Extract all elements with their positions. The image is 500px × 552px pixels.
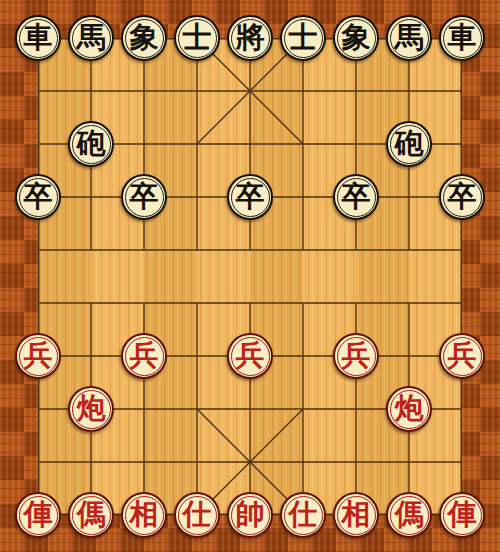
- piece-black-chariot[interactable]: 車: [15, 15, 61, 61]
- piece-glyph: 卒: [24, 182, 53, 211]
- point-b0[interactable]: 傌: [65, 489, 118, 542]
- point-g7[interactable]: [330, 118, 383, 171]
- point-b6[interactable]: [65, 171, 118, 224]
- point-a5[interactable]: [12, 224, 65, 277]
- piece-glyph: 象: [130, 23, 159, 52]
- piece-black-chariot[interactable]: 車: [439, 15, 485, 61]
- piece-red-soldier[interactable]: 兵: [333, 333, 379, 379]
- piece-glyph: 卒: [342, 182, 371, 211]
- piece-glyph: 炮: [395, 394, 424, 423]
- piece-glyph: 車: [448, 23, 477, 52]
- piece-red-advisor[interactable]: 仕: [280, 492, 326, 538]
- point-f0[interactable]: 仕: [277, 489, 330, 542]
- point-c8[interactable]: [118, 65, 171, 118]
- piece-red-cannon[interactable]: 炮: [68, 386, 114, 432]
- point-a6[interactable]: 卒: [12, 171, 65, 224]
- point-h3[interactable]: [383, 330, 436, 383]
- piece-glyph: 仕: [183, 500, 212, 529]
- point-i9[interactable]: 車: [436, 12, 489, 65]
- point-e8[interactable]: [224, 65, 277, 118]
- piece-red-advisor[interactable]: 仕: [174, 492, 220, 538]
- point-f8[interactable]: [277, 65, 330, 118]
- point-d1[interactable]: [171, 436, 224, 489]
- point-b3[interactable]: [65, 330, 118, 383]
- point-g6[interactable]: 卒: [330, 171, 383, 224]
- point-i5[interactable]: [436, 224, 489, 277]
- point-e9[interactable]: 將: [224, 12, 277, 65]
- point-b4[interactable]: [65, 277, 118, 330]
- point-a0[interactable]: 俥: [12, 489, 65, 542]
- point-h4[interactable]: [383, 277, 436, 330]
- piece-black-cannon[interactable]: 砲: [68, 121, 114, 167]
- point-e2[interactable]: [224, 383, 277, 436]
- piece-glyph: 兵: [236, 341, 265, 370]
- point-e1[interactable]: [224, 436, 277, 489]
- point-a9[interactable]: 車: [12, 12, 65, 65]
- point-g2[interactable]: [330, 383, 383, 436]
- point-i2[interactable]: [436, 383, 489, 436]
- piece-glyph: 兵: [24, 341, 53, 370]
- point-i1[interactable]: [436, 436, 489, 489]
- point-b9[interactable]: 馬: [65, 12, 118, 65]
- point-d8[interactable]: [171, 65, 224, 118]
- point-g8[interactable]: [330, 65, 383, 118]
- piece-glyph: 傌: [395, 500, 424, 529]
- xiangqi-board-frame: 車馬象士將士象馬車砲砲卒卒卒卒卒兵兵兵兵兵炮炮俥傌相仕帥仕相傌俥: [0, 0, 500, 552]
- piece-red-soldier[interactable]: 兵: [121, 333, 167, 379]
- piece-red-soldier[interactable]: 兵: [15, 333, 61, 379]
- point-a7[interactable]: [12, 118, 65, 171]
- piece-glyph: 相: [130, 500, 159, 529]
- piece-red-soldier[interactable]: 兵: [439, 333, 485, 379]
- piece-glyph: 炮: [77, 394, 106, 423]
- point-a8[interactable]: [12, 65, 65, 118]
- piece-glyph: 卒: [448, 182, 477, 211]
- piece-red-cannon[interactable]: 炮: [386, 386, 432, 432]
- piece-red-elephant[interactable]: 相: [121, 492, 167, 538]
- piece-glyph: 兵: [130, 341, 159, 370]
- point-f3[interactable]: [277, 330, 330, 383]
- piece-glyph: 卒: [236, 182, 265, 211]
- point-g3[interactable]: 兵: [330, 330, 383, 383]
- piece-glyph: 象: [342, 23, 371, 52]
- piece-glyph: 兵: [448, 341, 477, 370]
- point-f9[interactable]: 士: [277, 12, 330, 65]
- point-f2[interactable]: [277, 383, 330, 436]
- piece-red-horse[interactable]: 傌: [68, 492, 114, 538]
- point-h2[interactable]: 炮: [383, 383, 436, 436]
- point-b5[interactable]: [65, 224, 118, 277]
- piece-black-elephant[interactable]: 象: [121, 15, 167, 61]
- piece-red-general[interactable]: 帥: [227, 492, 273, 538]
- point-c7[interactable]: [118, 118, 171, 171]
- piece-glyph: 兵: [342, 341, 371, 370]
- point-d6[interactable]: [171, 171, 224, 224]
- point-g4[interactable]: [330, 277, 383, 330]
- point-i3[interactable]: 兵: [436, 330, 489, 383]
- point-e3[interactable]: 兵: [224, 330, 277, 383]
- piece-black-elephant[interactable]: 象: [333, 15, 379, 61]
- piece-black-horse[interactable]: 馬: [68, 15, 114, 61]
- point-c2[interactable]: [118, 383, 171, 436]
- piece-glyph: 馬: [395, 23, 424, 52]
- point-a4[interactable]: [12, 277, 65, 330]
- piece-black-advisor[interactable]: 士: [174, 15, 220, 61]
- point-g9[interactable]: 象: [330, 12, 383, 65]
- piece-black-soldier[interactable]: 卒: [121, 174, 167, 220]
- point-e0[interactable]: 帥: [224, 489, 277, 542]
- piece-black-soldier[interactable]: 卒: [15, 174, 61, 220]
- piece-glyph: 將: [236, 23, 265, 52]
- point-h1[interactable]: [383, 436, 436, 489]
- piece-glyph: 俥: [448, 500, 477, 529]
- point-c3[interactable]: 兵: [118, 330, 171, 383]
- point-e7[interactable]: [224, 118, 277, 171]
- point-a1[interactable]: [12, 436, 65, 489]
- point-d9[interactable]: 士: [171, 12, 224, 65]
- board-points: 車馬象士將士象馬車砲砲卒卒卒卒卒兵兵兵兵兵炮炮俥傌相仕帥仕相傌俥: [12, 12, 489, 542]
- point-d0[interactable]: 仕: [171, 489, 224, 542]
- point-i4[interactable]: [436, 277, 489, 330]
- piece-black-horse[interactable]: 馬: [386, 15, 432, 61]
- piece-red-soldier[interactable]: 兵: [227, 333, 273, 379]
- point-c6[interactable]: 卒: [118, 171, 171, 224]
- piece-glyph: 帥: [236, 500, 265, 529]
- point-i0[interactable]: 俥: [436, 489, 489, 542]
- piece-red-chariot[interactable]: 俥: [15, 492, 61, 538]
- point-d4[interactable]: [171, 277, 224, 330]
- piece-black-cannon[interactable]: 砲: [386, 121, 432, 167]
- point-d7[interactable]: [171, 118, 224, 171]
- point-c5[interactable]: [118, 224, 171, 277]
- piece-glyph: 傌: [77, 500, 106, 529]
- piece-glyph: 卒: [130, 182, 159, 211]
- point-a2[interactable]: [12, 383, 65, 436]
- point-d3[interactable]: [171, 330, 224, 383]
- piece-black-advisor[interactable]: 士: [280, 15, 326, 61]
- point-b1[interactable]: [65, 436, 118, 489]
- point-h9[interactable]: 馬: [383, 12, 436, 65]
- piece-glyph: 俥: [24, 500, 53, 529]
- piece-glyph: 士: [183, 23, 212, 52]
- point-e5[interactable]: [224, 224, 277, 277]
- point-g0[interactable]: 相: [330, 489, 383, 542]
- point-i6[interactable]: 卒: [436, 171, 489, 224]
- piece-glyph: 仕: [289, 500, 318, 529]
- point-h8[interactable]: [383, 65, 436, 118]
- point-c9[interactable]: 象: [118, 12, 171, 65]
- point-c1[interactable]: [118, 436, 171, 489]
- piece-black-soldier[interactable]: 卒: [333, 174, 379, 220]
- point-f7[interactable]: [277, 118, 330, 171]
- point-b7[interactable]: 砲: [65, 118, 118, 171]
- point-b2[interactable]: 炮: [65, 383, 118, 436]
- piece-black-soldier[interactable]: 卒: [439, 174, 485, 220]
- piece-glyph: 車: [24, 23, 53, 52]
- point-c0[interactable]: 相: [118, 489, 171, 542]
- piece-glyph: 馬: [77, 23, 106, 52]
- point-f4[interactable]: [277, 277, 330, 330]
- point-h7[interactable]: 砲: [383, 118, 436, 171]
- point-d5[interactable]: [171, 224, 224, 277]
- point-c4[interactable]: [118, 277, 171, 330]
- piece-glyph: 砲: [77, 129, 106, 158]
- point-b8[interactable]: [65, 65, 118, 118]
- point-f1[interactable]: [277, 436, 330, 489]
- point-h6[interactable]: [383, 171, 436, 224]
- point-i8[interactable]: [436, 65, 489, 118]
- piece-glyph: 士: [289, 23, 318, 52]
- point-g5[interactable]: [330, 224, 383, 277]
- point-a3[interactable]: 兵: [12, 330, 65, 383]
- point-h5[interactable]: [383, 224, 436, 277]
- piece-red-horse[interactable]: 傌: [386, 492, 432, 538]
- piece-black-soldier[interactable]: 卒: [227, 174, 273, 220]
- point-g1[interactable]: [330, 436, 383, 489]
- piece-glyph: 砲: [395, 129, 424, 158]
- point-f5[interactable]: [277, 224, 330, 277]
- piece-red-chariot[interactable]: 俥: [439, 492, 485, 538]
- point-d2[interactable]: [171, 383, 224, 436]
- point-e6[interactable]: 卒: [224, 171, 277, 224]
- point-h0[interactable]: 傌: [383, 489, 436, 542]
- point-e4[interactable]: [224, 277, 277, 330]
- point-i7[interactable]: [436, 118, 489, 171]
- point-f6[interactable]: [277, 171, 330, 224]
- piece-red-elephant[interactable]: 相: [333, 492, 379, 538]
- piece-glyph: 相: [342, 500, 371, 529]
- piece-black-general[interactable]: 將: [227, 15, 273, 61]
